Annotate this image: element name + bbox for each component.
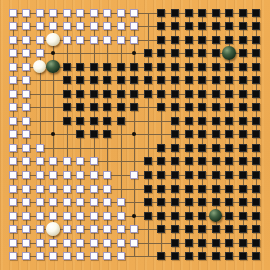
white-territory-marker — [103, 239, 111, 247]
black-territory-marker — [90, 130, 98, 138]
black-territory-marker — [103, 76, 111, 84]
black-territory-marker — [185, 225, 193, 233]
white-territory-marker — [63, 252, 71, 260]
white-territory-marker — [9, 76, 17, 84]
black-territory-marker — [76, 130, 84, 138]
white-territory-marker — [9, 185, 17, 193]
black-territory-marker — [198, 36, 206, 44]
black-territory-marker — [239, 225, 247, 233]
black-territory-marker — [239, 144, 247, 152]
black-territory-marker — [103, 130, 111, 138]
black-territory-marker — [198, 239, 206, 247]
black-territory-marker — [225, 239, 233, 247]
white-territory-marker — [9, 103, 17, 111]
black-territory-marker — [239, 185, 247, 193]
white-territory-marker — [36, 49, 44, 57]
black-territory-marker — [225, 63, 233, 71]
black-territory-marker — [171, 212, 179, 220]
black-territory-marker — [185, 239, 193, 247]
black-territory-marker — [212, 76, 220, 84]
white-territory-marker — [36, 239, 44, 247]
white-territory-marker — [117, 252, 125, 260]
white-territory-marker — [22, 212, 30, 220]
black-territory-marker — [171, 171, 179, 179]
white-territory-marker — [103, 252, 111, 260]
go-board[interactable] — [0, 0, 270, 270]
black-territory-marker — [157, 225, 165, 233]
black-territory-marker — [198, 252, 206, 260]
black-territory-marker — [171, 130, 179, 138]
black-territory-marker — [198, 130, 206, 138]
black-territory-marker — [198, 198, 206, 206]
white-territory-marker — [103, 185, 111, 193]
white-territory-marker — [9, 130, 17, 138]
black-territory-marker — [239, 49, 247, 57]
black-territory-marker — [171, 103, 179, 111]
black-territory-marker — [239, 252, 247, 260]
black-territory-marker — [212, 90, 220, 98]
black-territory-marker — [157, 36, 165, 44]
black-territory-marker — [90, 90, 98, 98]
white-territory-marker — [36, 252, 44, 260]
white-territory-marker — [76, 252, 84, 260]
black-territory-marker — [171, 90, 179, 98]
black-territory-marker — [157, 212, 165, 220]
white-territory-marker — [22, 9, 30, 17]
white-territory-marker — [49, 212, 57, 220]
black-territory-marker — [252, 185, 260, 193]
white-territory-marker — [9, 171, 17, 179]
white-territory-marker — [76, 22, 84, 30]
black-territory-marker — [171, 185, 179, 193]
black-territory-marker — [252, 103, 260, 111]
black-territory-marker — [185, 252, 193, 260]
black-territory-marker — [198, 9, 206, 17]
black-territory-marker — [157, 157, 165, 165]
black-territory-marker — [185, 117, 193, 125]
black-territory-marker — [198, 171, 206, 179]
white-territory-marker — [76, 225, 84, 233]
white-territory-marker — [22, 157, 30, 165]
black-territory-marker — [239, 103, 247, 111]
black-territory-marker — [212, 63, 220, 71]
white-territory-marker — [76, 212, 84, 220]
black-territory-marker — [63, 63, 71, 71]
black-territory-marker — [252, 157, 260, 165]
white-stone[interactable] — [46, 33, 60, 47]
black-territory-marker — [212, 130, 220, 138]
white-territory-marker — [49, 9, 57, 17]
white-territory-marker — [22, 144, 30, 152]
black-territory-marker — [225, 103, 233, 111]
black-territory-marker — [185, 22, 193, 30]
white-territory-marker — [63, 198, 71, 206]
black-territory-marker — [239, 76, 247, 84]
black-territory-marker — [198, 63, 206, 71]
white-territory-marker — [36, 36, 44, 44]
white-territory-marker — [76, 9, 84, 17]
black-territory-marker — [239, 198, 247, 206]
black-territory-marker — [239, 9, 247, 17]
black-territory-marker — [157, 103, 165, 111]
white-territory-marker — [130, 36, 138, 44]
black-territory-marker — [185, 144, 193, 152]
black-territory-marker — [252, 117, 260, 125]
white-territory-marker — [130, 225, 138, 233]
white-territory-marker — [117, 36, 125, 44]
black-territory-marker — [185, 36, 193, 44]
black-territory-marker — [252, 36, 260, 44]
white-territory-marker — [76, 171, 84, 179]
black-territory-marker — [63, 90, 71, 98]
white-territory-marker — [22, 63, 30, 71]
white-territory-marker — [36, 185, 44, 193]
black-territory-marker — [171, 144, 179, 152]
black-territory-marker — [144, 171, 152, 179]
black-territory-marker — [239, 90, 247, 98]
black-territory-marker — [130, 76, 138, 84]
white-territory-marker — [130, 9, 138, 17]
white-stone[interactable] — [33, 60, 47, 74]
black-territory-marker — [171, 49, 179, 57]
white-territory-marker — [9, 157, 17, 165]
black-territory-marker — [252, 130, 260, 138]
white-territory-marker — [63, 171, 71, 179]
black-territory-marker — [252, 225, 260, 233]
white-territory-marker — [36, 144, 44, 152]
black-territory-marker — [252, 76, 260, 84]
white-territory-marker — [22, 90, 30, 98]
white-territory-marker — [9, 144, 17, 152]
black-territory-marker — [198, 103, 206, 111]
black-territory-marker — [212, 225, 220, 233]
black-territory-marker — [252, 63, 260, 71]
black-territory-marker — [225, 198, 233, 206]
star-point — [132, 132, 136, 136]
white-territory-marker — [90, 22, 98, 30]
black-territory-marker — [171, 36, 179, 44]
white-territory-marker — [9, 239, 17, 247]
black-territory-marker — [157, 198, 165, 206]
white-territory-marker — [49, 171, 57, 179]
black-territory-marker — [130, 103, 138, 111]
black-territory-marker — [252, 9, 260, 17]
black-territory-marker — [239, 212, 247, 220]
black-territory-marker — [157, 9, 165, 17]
black-territory-marker — [239, 117, 247, 125]
white-territory-marker — [9, 212, 17, 220]
black-territory-marker — [144, 198, 152, 206]
white-territory-marker — [90, 36, 98, 44]
black-territory-marker — [103, 103, 111, 111]
black-territory-marker — [225, 9, 233, 17]
black-territory-marker — [198, 212, 206, 220]
black-territory-marker — [252, 212, 260, 220]
white-territory-marker — [9, 198, 17, 206]
white-territory-marker — [49, 157, 57, 165]
black-territory-marker — [225, 225, 233, 233]
white-territory-marker — [130, 239, 138, 247]
black-territory-marker — [212, 22, 220, 30]
black-territory-marker — [225, 117, 233, 125]
black-territory-marker — [252, 252, 260, 260]
white-territory-marker — [63, 239, 71, 247]
white-territory-marker — [63, 9, 71, 17]
white-territory-marker — [9, 225, 17, 233]
white-territory-marker — [90, 157, 98, 165]
white-territory-marker — [49, 252, 57, 260]
white-territory-marker — [22, 103, 30, 111]
black-territory-marker — [185, 76, 193, 84]
black-territory-marker — [212, 36, 220, 44]
black-territory-marker — [157, 22, 165, 30]
black-territory-marker — [144, 185, 152, 193]
white-territory-marker — [36, 225, 44, 233]
white-territory-marker — [22, 171, 30, 179]
black-territory-marker — [117, 76, 125, 84]
white-territory-marker — [9, 49, 17, 57]
black-territory-marker — [185, 90, 193, 98]
white-territory-marker — [76, 239, 84, 247]
white-territory-marker — [76, 185, 84, 193]
white-territory-marker — [76, 36, 84, 44]
black-territory-marker — [185, 9, 193, 17]
black-territory-marker — [144, 76, 152, 84]
white-territory-marker — [22, 117, 30, 125]
black-territory-marker — [144, 212, 152, 220]
black-territory-marker — [239, 239, 247, 247]
white-territory-marker — [90, 212, 98, 220]
black-territory-marker — [157, 76, 165, 84]
white-territory-marker — [22, 130, 30, 138]
white-territory-marker — [63, 22, 71, 30]
black-territory-marker — [76, 90, 84, 98]
black-territory-marker — [117, 63, 125, 71]
black-territory-marker — [198, 49, 206, 57]
black-territory-marker — [171, 9, 179, 17]
black-territory-marker — [90, 117, 98, 125]
black-territory-marker — [198, 90, 206, 98]
black-territory-marker — [252, 22, 260, 30]
black-territory-marker — [117, 90, 125, 98]
black-territory-marker — [144, 90, 152, 98]
white-territory-marker — [22, 76, 30, 84]
white-territory-marker — [130, 22, 138, 30]
white-territory-marker — [9, 22, 17, 30]
white-territory-marker — [9, 117, 17, 125]
black-territory-marker — [225, 144, 233, 152]
black-territory-marker — [185, 49, 193, 57]
black-territory-marker — [157, 252, 165, 260]
white-territory-marker — [9, 9, 17, 17]
black-territory-marker — [103, 90, 111, 98]
white-territory-marker — [9, 36, 17, 44]
white-territory-marker — [103, 225, 111, 233]
black-territory-marker — [185, 198, 193, 206]
black-territory-marker — [171, 198, 179, 206]
star-point — [51, 51, 55, 55]
white-territory-marker — [63, 185, 71, 193]
black-territory-marker — [239, 36, 247, 44]
black-territory-marker — [212, 49, 220, 57]
white-territory-marker — [49, 185, 57, 193]
white-territory-marker — [36, 22, 44, 30]
black-territory-marker — [212, 239, 220, 247]
black-territory-marker — [225, 171, 233, 179]
black-territory-marker — [198, 117, 206, 125]
black-territory-marker — [212, 117, 220, 125]
black-territory-marker — [212, 252, 220, 260]
white-territory-marker — [22, 22, 30, 30]
black-territory-marker — [252, 49, 260, 57]
black-territory-marker — [198, 76, 206, 84]
black-territory-marker — [157, 49, 165, 57]
black-territory-marker — [198, 144, 206, 152]
black-territory-marker — [198, 157, 206, 165]
black-territory-marker — [239, 22, 247, 30]
white-territory-marker — [63, 36, 71, 44]
black-stone[interactable] — [46, 60, 60, 74]
black-territory-marker — [157, 63, 165, 71]
black-territory-marker — [171, 76, 179, 84]
black-territory-marker — [144, 49, 152, 57]
white-territory-marker — [117, 239, 125, 247]
black-territory-marker — [63, 117, 71, 125]
white-territory-marker — [117, 22, 125, 30]
black-territory-marker — [171, 22, 179, 30]
black-territory-marker — [252, 171, 260, 179]
white-territory-marker — [117, 225, 125, 233]
black-territory-marker — [171, 157, 179, 165]
black-territory-marker — [90, 76, 98, 84]
black-territory-marker — [212, 103, 220, 111]
black-territory-marker — [76, 117, 84, 125]
black-territory-marker — [239, 157, 247, 165]
white-territory-marker — [22, 225, 30, 233]
black-territory-marker — [225, 130, 233, 138]
black-territory-marker — [225, 212, 233, 220]
white-territory-marker — [103, 36, 111, 44]
white-territory-marker — [49, 22, 57, 30]
black-territory-marker — [157, 185, 165, 193]
black-territory-marker — [90, 63, 98, 71]
black-territory-marker — [171, 252, 179, 260]
star-point — [51, 132, 55, 136]
white-territory-marker — [103, 9, 111, 17]
white-territory-marker — [90, 252, 98, 260]
star-point — [132, 214, 136, 218]
black-territory-marker — [117, 117, 125, 125]
white-territory-marker — [36, 212, 44, 220]
black-territory-marker — [212, 9, 220, 17]
star-point — [132, 51, 136, 55]
black-territory-marker — [212, 157, 220, 165]
white-territory-marker — [76, 198, 84, 206]
black-territory-marker — [212, 198, 220, 206]
white-territory-marker — [103, 22, 111, 30]
white-territory-marker — [22, 36, 30, 44]
white-territory-marker — [63, 212, 71, 220]
black-territory-marker — [130, 90, 138, 98]
white-territory-marker — [22, 185, 30, 193]
black-territory-marker — [198, 225, 206, 233]
white-territory-marker — [90, 239, 98, 247]
black-territory-marker — [144, 63, 152, 71]
white-territory-marker — [117, 198, 125, 206]
black-territory-marker — [171, 117, 179, 125]
black-territory-marker — [171, 239, 179, 247]
black-territory-marker — [90, 103, 98, 111]
white-territory-marker — [117, 212, 125, 220]
white-territory-marker — [49, 239, 57, 247]
white-territory-marker — [103, 171, 111, 179]
black-territory-marker — [185, 212, 193, 220]
black-territory-marker — [76, 103, 84, 111]
white-territory-marker — [90, 185, 98, 193]
black-territory-marker — [171, 225, 179, 233]
white-territory-marker — [22, 239, 30, 247]
black-territory-marker — [103, 63, 111, 71]
white-territory-marker — [22, 198, 30, 206]
white-territory-marker — [9, 63, 17, 71]
black-territory-marker — [63, 76, 71, 84]
black-territory-marker — [157, 171, 165, 179]
white-territory-marker — [90, 9, 98, 17]
black-territory-marker — [239, 63, 247, 71]
black-territory-marker — [198, 22, 206, 30]
black-territory-marker — [225, 76, 233, 84]
white-territory-marker — [36, 198, 44, 206]
black-territory-marker — [225, 90, 233, 98]
black-stone[interactable] — [209, 209, 223, 223]
black-territory-marker — [252, 90, 260, 98]
white-territory-marker — [130, 171, 138, 179]
white-territory-marker — [90, 171, 98, 179]
white-territory-marker — [90, 225, 98, 233]
black-stone[interactable] — [222, 46, 236, 60]
white-territory-marker — [76, 157, 84, 165]
white-territory-marker — [22, 49, 30, 57]
grid-line-horizontal — [13, 148, 258, 149]
black-territory-marker — [212, 171, 220, 179]
black-territory-marker — [117, 103, 125, 111]
black-territory-marker — [239, 130, 247, 138]
black-territory-marker — [130, 63, 138, 71]
white-territory-marker — [36, 157, 44, 165]
black-territory-marker — [252, 198, 260, 206]
white-stone[interactable] — [46, 222, 60, 236]
black-territory-marker — [252, 144, 260, 152]
white-territory-marker — [117, 9, 125, 17]
black-territory-marker — [76, 63, 84, 71]
black-territory-marker — [225, 252, 233, 260]
black-territory-marker — [225, 36, 233, 44]
white-territory-marker — [36, 9, 44, 17]
white-territory-marker — [22, 252, 30, 260]
white-territory-marker — [9, 252, 17, 260]
black-territory-marker — [239, 171, 247, 179]
black-territory-marker — [225, 22, 233, 30]
black-territory-marker — [212, 185, 220, 193]
white-territory-marker — [90, 198, 98, 206]
black-territory-marker — [198, 185, 206, 193]
black-territory-marker — [185, 103, 193, 111]
black-territory-marker — [185, 157, 193, 165]
black-territory-marker — [225, 185, 233, 193]
black-territory-marker — [63, 103, 71, 111]
white-territory-marker — [63, 157, 71, 165]
black-territory-marker — [225, 157, 233, 165]
